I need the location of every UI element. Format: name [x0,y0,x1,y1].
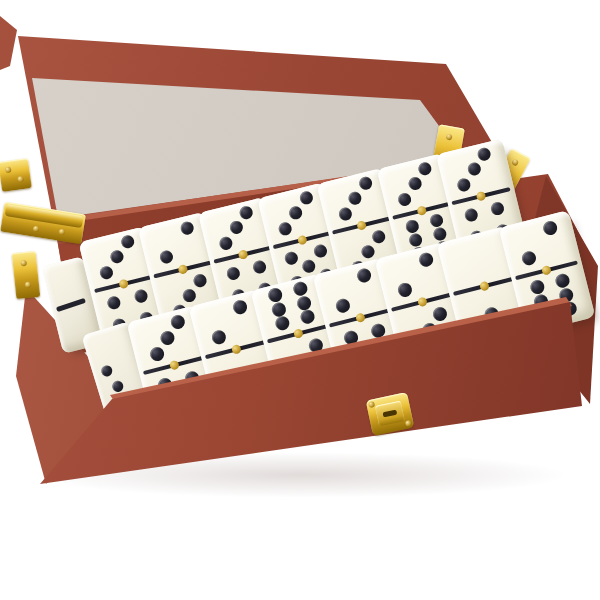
pip [288,205,304,221]
pip [225,265,241,281]
pip [334,298,351,315]
left-hinge-lower-leaf-icon [12,251,41,299]
pip [106,294,122,310]
pip [218,236,234,252]
pip [170,313,187,330]
pip [133,288,149,304]
pip [456,177,472,193]
pip [405,218,421,234]
pip [417,161,433,177]
pip [356,267,373,284]
pip [337,207,353,223]
pip [283,250,299,266]
pip [520,250,537,267]
pip [239,205,255,221]
pip [278,221,294,237]
pip [371,229,387,245]
pip [396,282,413,299]
pip [464,207,480,223]
pip [158,249,174,265]
pip [542,219,559,236]
pip [397,192,413,208]
pip [358,176,374,192]
pip [432,305,449,322]
pip [148,346,165,363]
pip [477,146,493,162]
pip [210,329,227,346]
pip [228,220,244,236]
pip [270,301,287,318]
pip [159,329,176,346]
pip [292,280,309,297]
pip [418,251,435,268]
pip [312,243,328,259]
pip [299,308,316,325]
pip [179,220,195,236]
pip [428,212,444,228]
pip [529,278,546,295]
pip [490,200,506,216]
pip [232,298,249,315]
pip [119,234,135,250]
pip [267,286,284,303]
pip [109,249,125,265]
pip [347,191,363,207]
edge-divider-groove [56,298,86,312]
domino-case-photo [0,0,600,600]
pip [100,364,114,378]
pip [298,190,314,206]
pip [407,176,423,192]
pip [274,315,291,332]
pip [554,272,571,289]
left-hinge-upper-leaf-icon [0,158,32,192]
pip [295,294,312,311]
pip [466,161,482,177]
pip [192,272,208,288]
pip [99,265,115,281]
pip [252,259,268,275]
pip [111,380,125,394]
